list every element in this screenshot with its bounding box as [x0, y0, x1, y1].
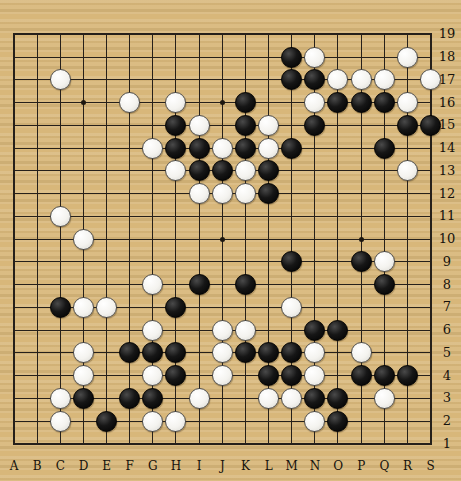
white-stone[interactable] [327, 69, 348, 90]
black-stone[interactable] [327, 411, 348, 432]
intersection[interactable] [326, 68, 349, 91]
intersection[interactable] [164, 364, 187, 387]
black-stone[interactable] [281, 251, 302, 272]
intersection[interactable] [350, 273, 373, 296]
white-stone[interactable] [351, 342, 372, 363]
intersection[interactable] [164, 432, 187, 455]
intersection[interactable] [373, 137, 396, 160]
white-stone[interactable] [304, 411, 325, 432]
intersection[interactable] [373, 182, 396, 205]
intersection[interactable] [164, 137, 187, 160]
intersection[interactable] [118, 387, 141, 410]
intersection[interactable] [280, 46, 303, 69]
white-stone[interactable] [142, 320, 163, 341]
intersection[interactable] [141, 387, 164, 410]
intersection[interactable] [257, 137, 280, 160]
intersection[interactable] [95, 23, 118, 46]
intersection[interactable] [49, 23, 72, 46]
intersection[interactable] [95, 250, 118, 273]
intersection[interactable] [164, 114, 187, 137]
intersection[interactable] [95, 319, 118, 342]
black-stone[interactable] [165, 342, 186, 363]
intersection[interactable] [326, 23, 349, 46]
intersection[interactable] [26, 68, 49, 91]
white-stone[interactable] [165, 92, 186, 113]
black-stone[interactable] [235, 115, 256, 136]
intersection[interactable] [257, 364, 280, 387]
intersection[interactable] [280, 432, 303, 455]
intersection[interactable] [234, 46, 257, 69]
intersection[interactable] [26, 250, 49, 273]
intersection[interactable] [373, 364, 396, 387]
intersection[interactable] [141, 432, 164, 455]
black-stone[interactable] [212, 160, 233, 181]
white-stone[interactable] [212, 365, 233, 386]
intersection[interactable] [49, 387, 72, 410]
intersection[interactable] [326, 228, 349, 251]
intersection[interactable] [95, 410, 118, 433]
white-stone[interactable] [235, 320, 256, 341]
black-stone[interactable] [235, 92, 256, 113]
intersection[interactable] [95, 46, 118, 69]
intersection[interactable] [303, 296, 326, 319]
intersection[interactable] [141, 182, 164, 205]
intersection[interactable] [188, 341, 211, 364]
intersection[interactable] [72, 410, 95, 433]
intersection[interactable] [72, 228, 95, 251]
black-stone[interactable] [119, 342, 140, 363]
intersection[interactable] [26, 410, 49, 433]
intersection[interactable] [49, 296, 72, 319]
intersection[interactable] [280, 159, 303, 182]
intersection[interactable] [257, 410, 280, 433]
intersection[interactable] [211, 205, 234, 228]
intersection[interactable] [211, 46, 234, 69]
intersection[interactable] [303, 319, 326, 342]
intersection[interactable] [350, 410, 373, 433]
white-stone[interactable] [73, 342, 94, 363]
intersection[interactable] [211, 273, 234, 296]
intersection[interactable] [49, 182, 72, 205]
black-stone[interactable] [327, 92, 348, 113]
black-stone[interactable] [258, 365, 279, 386]
black-stone[interactable] [327, 388, 348, 409]
intersection[interactable] [2, 23, 25, 46]
intersection[interactable] [2, 364, 25, 387]
black-stone[interactable] [304, 69, 325, 90]
intersection[interactable] [211, 364, 234, 387]
intersection[interactable] [234, 182, 257, 205]
black-stone[interactable] [281, 47, 302, 68]
intersection[interactable] [72, 319, 95, 342]
intersection[interactable] [280, 387, 303, 410]
intersection[interactable] [234, 23, 257, 46]
intersection[interactable] [2, 319, 25, 342]
intersection[interactable] [211, 410, 234, 433]
intersection[interactable] [72, 296, 95, 319]
intersection[interactable] [257, 273, 280, 296]
intersection[interactable] [396, 387, 419, 410]
intersection[interactable] [2, 341, 25, 364]
intersection[interactable] [350, 364, 373, 387]
intersection[interactable] [211, 114, 234, 137]
intersection[interactable] [164, 182, 187, 205]
intersection[interactable] [373, 114, 396, 137]
intersection[interactable] [95, 68, 118, 91]
intersection[interactable] [118, 68, 141, 91]
intersection[interactable] [26, 387, 49, 410]
black-stone[interactable] [374, 92, 395, 113]
intersection[interactable] [49, 341, 72, 364]
white-stone[interactable] [258, 115, 279, 136]
intersection[interactable] [26, 182, 49, 205]
intersection[interactable] [72, 250, 95, 273]
white-stone[interactable] [73, 229, 94, 250]
intersection[interactable] [164, 205, 187, 228]
intersection[interactable] [326, 137, 349, 160]
intersection[interactable] [72, 205, 95, 228]
intersection[interactable] [350, 137, 373, 160]
intersection[interactable] [326, 250, 349, 273]
intersection[interactable] [280, 296, 303, 319]
intersection[interactable] [257, 250, 280, 273]
intersection[interactable] [118, 159, 141, 182]
intersection[interactable] [26, 205, 49, 228]
intersection[interactable] [326, 205, 349, 228]
intersection[interactable] [373, 296, 396, 319]
intersection[interactable] [303, 68, 326, 91]
intersection[interactable] [234, 205, 257, 228]
black-stone[interactable] [281, 69, 302, 90]
intersection[interactable] [373, 387, 396, 410]
intersection[interactable] [257, 387, 280, 410]
intersection[interactable] [257, 296, 280, 319]
intersection[interactable] [396, 228, 419, 251]
intersection[interactable] [2, 387, 25, 410]
intersection[interactable] [326, 296, 349, 319]
intersection[interactable] [164, 23, 187, 46]
intersection[interactable] [234, 159, 257, 182]
intersection[interactable] [164, 341, 187, 364]
intersection[interactable] [95, 364, 118, 387]
white-stone[interactable] [212, 138, 233, 159]
intersection[interactable] [373, 23, 396, 46]
black-stone[interactable] [258, 160, 279, 181]
intersection[interactable] [164, 91, 187, 114]
intersection[interactable] [350, 319, 373, 342]
intersection[interactable] [72, 387, 95, 410]
white-stone[interactable] [50, 69, 71, 90]
intersection[interactable] [95, 91, 118, 114]
intersection[interactable] [326, 432, 349, 455]
intersection[interactable] [257, 319, 280, 342]
intersection[interactable] [257, 23, 280, 46]
white-stone[interactable] [73, 297, 94, 318]
intersection[interactable] [118, 364, 141, 387]
intersection[interactable] [211, 182, 234, 205]
intersection[interactable] [211, 319, 234, 342]
intersection[interactable] [396, 432, 419, 455]
intersection[interactable] [234, 319, 257, 342]
intersection[interactable] [326, 387, 349, 410]
intersection[interactable] [141, 68, 164, 91]
intersection[interactable] [234, 273, 257, 296]
intersection[interactable] [2, 410, 25, 433]
intersection[interactable] [164, 250, 187, 273]
intersection[interactable] [257, 228, 280, 251]
intersection[interactable] [2, 296, 25, 319]
white-stone[interactable] [258, 388, 279, 409]
intersection[interactable] [95, 159, 118, 182]
intersection[interactable] [72, 341, 95, 364]
intersection[interactable] [141, 273, 164, 296]
intersection[interactable] [72, 91, 95, 114]
black-stone[interactable] [304, 115, 325, 136]
intersection[interactable] [211, 296, 234, 319]
intersection[interactable] [396, 114, 419, 137]
intersection[interactable] [234, 250, 257, 273]
intersection[interactable] [26, 137, 49, 160]
intersection[interactable] [303, 228, 326, 251]
intersection[interactable] [26, 319, 49, 342]
intersection[interactable] [303, 182, 326, 205]
intersection[interactable] [350, 296, 373, 319]
intersection[interactable] [303, 250, 326, 273]
intersection[interactable] [26, 228, 49, 251]
intersection[interactable] [118, 114, 141, 137]
intersection[interactable] [72, 364, 95, 387]
intersection[interactable] [95, 273, 118, 296]
intersection[interactable] [350, 250, 373, 273]
intersection[interactable] [303, 46, 326, 69]
white-stone[interactable] [96, 297, 117, 318]
intersection[interactable] [373, 432, 396, 455]
intersection[interactable] [350, 91, 373, 114]
white-stone[interactable] [281, 388, 302, 409]
intersection[interactable] [280, 228, 303, 251]
intersection[interactable] [118, 273, 141, 296]
intersection[interactable] [350, 228, 373, 251]
black-stone[interactable] [142, 342, 163, 363]
intersection[interactable] [373, 319, 396, 342]
intersection[interactable] [211, 68, 234, 91]
intersection[interactable] [26, 91, 49, 114]
intersection[interactable] [303, 387, 326, 410]
intersection[interactable] [280, 68, 303, 91]
intersection[interactable] [2, 68, 25, 91]
black-stone[interactable] [142, 388, 163, 409]
intersection[interactable] [350, 341, 373, 364]
intersection[interactable] [280, 250, 303, 273]
intersection[interactable] [95, 205, 118, 228]
intersection[interactable] [211, 159, 234, 182]
black-stone[interactable] [189, 138, 210, 159]
intersection[interactable] [303, 114, 326, 137]
intersection[interactable] [141, 250, 164, 273]
intersection[interactable] [303, 23, 326, 46]
intersection[interactable] [326, 159, 349, 182]
intersection[interactable] [49, 205, 72, 228]
intersection[interactable] [280, 273, 303, 296]
intersection[interactable] [49, 114, 72, 137]
intersection[interactable] [396, 46, 419, 69]
intersection[interactable] [257, 46, 280, 69]
intersection[interactable] [141, 205, 164, 228]
white-stone[interactable] [397, 160, 418, 181]
intersection[interactable] [26, 159, 49, 182]
intersection[interactable] [2, 46, 25, 69]
white-stone[interactable] [351, 69, 372, 90]
intersection[interactable] [26, 432, 49, 455]
white-stone[interactable] [397, 47, 418, 68]
intersection[interactable] [211, 341, 234, 364]
intersection[interactable] [373, 205, 396, 228]
intersection[interactable] [72, 182, 95, 205]
white-stone[interactable] [142, 365, 163, 386]
black-stone[interactable] [351, 251, 372, 272]
intersection[interactable] [350, 159, 373, 182]
intersection[interactable] [2, 273, 25, 296]
intersection[interactable] [303, 205, 326, 228]
intersection[interactable] [350, 114, 373, 137]
intersection[interactable] [396, 341, 419, 364]
intersection[interactable] [257, 182, 280, 205]
white-stone[interactable] [165, 160, 186, 181]
white-stone[interactable] [119, 92, 140, 113]
intersection[interactable] [118, 296, 141, 319]
intersection[interactable] [49, 159, 72, 182]
white-stone[interactable] [142, 274, 163, 295]
white-stone[interactable] [258, 138, 279, 159]
black-stone[interactable] [235, 274, 256, 295]
black-stone[interactable] [165, 115, 186, 136]
intersection[interactable] [2, 159, 25, 182]
white-stone[interactable] [50, 388, 71, 409]
white-stone[interactable] [73, 365, 94, 386]
intersection[interactable] [26, 341, 49, 364]
intersection[interactable] [188, 296, 211, 319]
black-stone[interactable] [374, 365, 395, 386]
black-stone[interactable] [304, 320, 325, 341]
white-stone[interactable] [374, 251, 395, 272]
black-stone[interactable] [73, 388, 94, 409]
white-stone[interactable] [50, 206, 71, 227]
intersection[interactable] [72, 159, 95, 182]
intersection[interactable] [280, 91, 303, 114]
intersection[interactable] [257, 341, 280, 364]
intersection[interactable] [234, 114, 257, 137]
intersection[interactable] [2, 205, 25, 228]
black-stone[interactable] [397, 365, 418, 386]
intersection[interactable] [26, 364, 49, 387]
intersection[interactable] [188, 114, 211, 137]
intersection[interactable] [396, 364, 419, 387]
intersection[interactable] [396, 182, 419, 205]
intersection[interactable] [211, 250, 234, 273]
black-stone[interactable] [374, 138, 395, 159]
intersection[interactable] [72, 68, 95, 91]
intersection[interactable] [141, 410, 164, 433]
intersection[interactable] [118, 410, 141, 433]
intersection[interactable] [396, 68, 419, 91]
black-stone[interactable] [119, 388, 140, 409]
intersection[interactable] [373, 341, 396, 364]
intersection[interactable] [49, 432, 72, 455]
intersection[interactable] [2, 250, 25, 273]
intersection[interactable] [396, 91, 419, 114]
intersection[interactable] [141, 364, 164, 387]
intersection[interactable] [2, 432, 25, 455]
white-stone[interactable] [165, 411, 186, 432]
intersection[interactable] [303, 137, 326, 160]
intersection[interactable] [326, 273, 349, 296]
intersection[interactable] [326, 114, 349, 137]
intersection[interactable] [234, 410, 257, 433]
intersection[interactable] [326, 46, 349, 69]
white-stone[interactable] [374, 69, 395, 90]
white-stone[interactable] [189, 183, 210, 204]
intersection[interactable] [72, 432, 95, 455]
intersection[interactable] [164, 46, 187, 69]
white-stone[interactable] [142, 411, 163, 432]
intersection[interactable] [326, 341, 349, 364]
white-stone[interactable] [212, 320, 233, 341]
intersection[interactable] [373, 273, 396, 296]
black-stone[interactable] [258, 183, 279, 204]
black-stone[interactable] [50, 297, 71, 318]
intersection[interactable] [49, 250, 72, 273]
intersection[interactable] [141, 137, 164, 160]
intersection[interactable] [211, 432, 234, 455]
intersection[interactable] [49, 364, 72, 387]
white-stone[interactable] [304, 47, 325, 68]
intersection[interactable] [118, 341, 141, 364]
intersection[interactable] [280, 205, 303, 228]
intersection[interactable] [118, 205, 141, 228]
black-stone[interactable] [235, 342, 256, 363]
intersection[interactable] [303, 159, 326, 182]
black-stone[interactable] [165, 365, 186, 386]
intersection[interactable] [257, 114, 280, 137]
intersection[interactable] [141, 159, 164, 182]
intersection[interactable] [326, 91, 349, 114]
intersection[interactable] [303, 341, 326, 364]
intersection[interactable] [188, 23, 211, 46]
intersection[interactable] [118, 228, 141, 251]
intersection[interactable] [280, 364, 303, 387]
intersection[interactable] [141, 296, 164, 319]
intersection[interactable] [350, 205, 373, 228]
intersection[interactable] [188, 68, 211, 91]
intersection[interactable] [188, 410, 211, 433]
black-stone[interactable] [189, 274, 210, 295]
intersection[interactable] [396, 205, 419, 228]
intersection[interactable] [257, 432, 280, 455]
intersection[interactable] [373, 228, 396, 251]
intersection[interactable] [234, 364, 257, 387]
intersection[interactable] [326, 182, 349, 205]
intersection[interactable] [95, 341, 118, 364]
intersection[interactable] [280, 137, 303, 160]
intersection[interactable] [118, 23, 141, 46]
intersection[interactable] [95, 432, 118, 455]
intersection[interactable] [95, 228, 118, 251]
intersection[interactable] [396, 137, 419, 160]
intersection[interactable] [211, 137, 234, 160]
intersection[interactable] [188, 205, 211, 228]
intersection[interactable] [26, 46, 49, 69]
intersection[interactable] [326, 319, 349, 342]
